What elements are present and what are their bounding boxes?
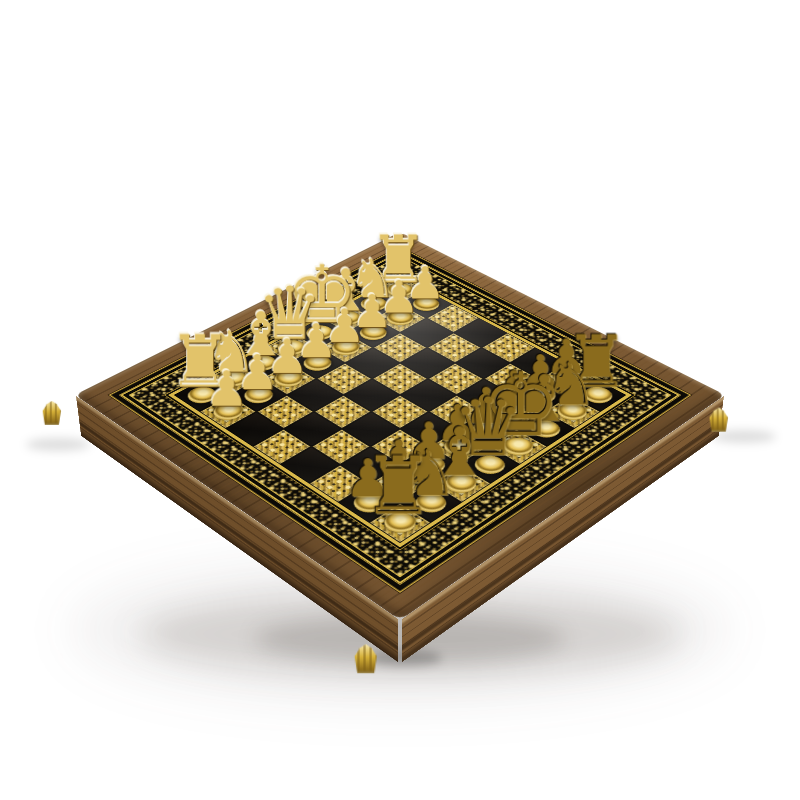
pawn-glyph: ♟	[192, 366, 261, 412]
case-top-face: ♜♟♞♟♝♟♚♟♛♟♝♟♟♞♜♟♟♜♞♟♟♝♟♚♟♛♟♝♟♞♟♜	[75, 232, 726, 620]
scene: ♜♟♞♟♝♟♚♟♛♟♝♟♟♞♜♟♟♜♞♟♟♝♟♚♟♛♟♝♟♞♟♜	[0, 0, 800, 800]
chess-board: ♜♟♞♟♝♟♚♟♛♟♝♟♟♞♜♟♟♜♞♟♟♝♟♚♟♛♟♝♟♞♟♜	[75, 232, 726, 620]
product-photo-stage: ♜♟♞♟♝♟♚♟♛♟♝♟♟♞♜♟♟♜♞♟♟♝♟♚♟♛♟♝♟♞♟♜	[0, 0, 800, 800]
acanthus-foot-icon	[40, 401, 64, 425]
rook-glyph: ♜	[361, 448, 436, 524]
acanthus-foot-icon	[351, 644, 380, 673]
